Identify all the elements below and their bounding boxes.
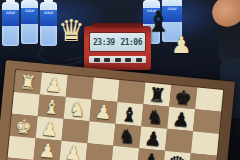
piece-bB-b5[interactable]: ♝	[115, 102, 143, 126]
square-a5[interactable]	[117, 80, 145, 104]
piece-wK-c1[interactable]: ♚	[10, 114, 38, 138]
square-a7[interactable]: ♚	[169, 85, 197, 109]
piece-bR-a6[interactable]: ♜	[143, 82, 171, 106]
square-c3[interactable]	[62, 119, 90, 143]
clock-time-right: 21:06	[120, 38, 142, 47]
square-a4[interactable]	[92, 77, 120, 101]
square-a6[interactable]: ♜	[143, 82, 171, 106]
square-b6[interactable]: ♞	[141, 104, 169, 128]
square-a1[interactable]: ♜	[14, 70, 42, 94]
water-bottle: iskar	[2, 2, 19, 46]
clock-button[interactable]	[94, 58, 100, 62]
board-frame: ♜♟♜♚♝♞♟♝♞♟♚♟♞♟♟♟♟♛♟	[0, 60, 235, 160]
water-bottle: iskar	[21, 0, 38, 44]
piece-wN-b3[interactable]: ♞	[64, 97, 92, 121]
piece-bQ-d7[interactable]: ♛	[163, 151, 191, 160]
piece-bN-c5[interactable]: ♞	[113, 124, 141, 148]
captured-white-pawn[interactable]: ♟	[171, 34, 192, 57]
square-d1[interactable]	[8, 136, 36, 160]
clock-button[interactable]	[136, 58, 142, 62]
square-c2[interactable]: ♟	[36, 116, 64, 140]
piece-bP-d6[interactable]: ♟	[137, 148, 165, 160]
square-b3[interactable]: ♞	[64, 97, 92, 121]
square-a2[interactable]: ♟	[40, 73, 68, 97]
clock-button[interactable]	[104, 58, 110, 62]
captured-white-queen[interactable]: ♛	[58, 16, 85, 46]
piece-wP-d2[interactable]: ♟	[34, 138, 62, 160]
square-d7[interactable]: ♛	[163, 151, 191, 160]
square-c5[interactable]: ♞	[113, 124, 141, 148]
water-bottle: iskar	[40, 2, 57, 46]
piece-bP-b7[interactable]: ♟	[167, 107, 195, 131]
square-c4[interactable]	[87, 121, 115, 145]
clock-display: 23:39 21:06	[89, 32, 146, 52]
square-d6[interactable]: ♟	[137, 148, 165, 160]
square-d4[interactable]	[85, 143, 113, 160]
square-c8[interactable]	[191, 131, 219, 155]
square-a3[interactable]	[66, 75, 94, 99]
piece-bK-a7[interactable]: ♚	[169, 85, 197, 109]
clock-rocker-lever[interactable]	[92, 23, 143, 28]
chess-board: ♜♟♜♚♝♞♟♝♞♟♚♟♞♟♟♟♟♛♟	[0, 69, 224, 160]
clock-button[interactable]	[125, 58, 131, 62]
square-d2[interactable]: ♟	[34, 138, 62, 160]
square-b7[interactable]: ♟	[167, 107, 195, 131]
square-b4[interactable]: ♟	[90, 99, 118, 123]
piece-wP-c2[interactable]: ♟	[36, 116, 64, 140]
square-b1[interactable]	[12, 92, 40, 116]
square-d5[interactable]	[111, 146, 139, 160]
square-b5[interactable]: ♝	[115, 102, 143, 126]
square-c6[interactable]: ♟	[139, 126, 167, 150]
bottle-label: iskar	[21, 8, 38, 24]
piece-bN-b6[interactable]: ♞	[141, 104, 169, 128]
bottle-label: iskar	[40, 10, 57, 26]
square-c7[interactable]	[165, 129, 193, 153]
square-a8[interactable]	[195, 87, 223, 111]
chess-clock: 23:39 21:06	[84, 26, 151, 70]
clock-button-row	[89, 56, 146, 63]
square-b8[interactable]	[193, 109, 221, 133]
piece-wP-a2[interactable]: ♟	[40, 73, 68, 97]
square-c1[interactable]: ♚	[10, 114, 38, 138]
piece-wP-b4[interactable]: ♟	[90, 99, 118, 123]
piece-wR-a1[interactable]: ♜	[14, 70, 42, 94]
square-d3[interactable]: ♟	[59, 141, 87, 160]
piece-wB-b2[interactable]: ♝	[38, 94, 66, 118]
piece-wP-d3[interactable]: ♟	[59, 141, 87, 160]
tournament-photo: iskar iskar iskar iskar iskar ♛ ♝ ♟ 23:3…	[0, 0, 240, 160]
clock-button[interactable]	[115, 58, 121, 62]
clock-time-left: 23:39	[93, 38, 115, 47]
square-b2[interactable]: ♝	[38, 94, 66, 118]
piece-bP-c6[interactable]: ♟	[139, 126, 167, 150]
bottle-label: iskar	[2, 10, 19, 26]
